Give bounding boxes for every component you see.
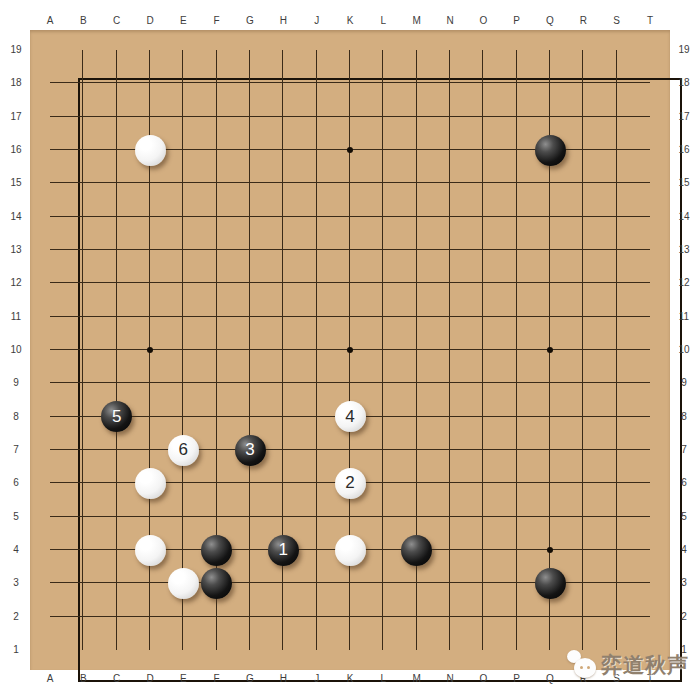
- star-point-K16: [347, 147, 353, 153]
- grid-cell: [150, 617, 183, 650]
- col-label-bottom: B: [72, 672, 94, 686]
- grid-cell: [483, 183, 516, 216]
- col-label-top: D: [139, 14, 161, 28]
- row-label-left: 1: [5, 643, 27, 657]
- grid-cell: [150, 50, 183, 83]
- row-label-left: 10: [5, 343, 27, 357]
- grid-cell: [583, 117, 616, 150]
- row-label-right: 18: [673, 76, 695, 90]
- col-label-top: R: [572, 14, 594, 28]
- watermark-text: 弈道秋声: [601, 651, 689, 679]
- row-label-right: 19: [673, 43, 695, 57]
- grid-cell: [383, 83, 416, 116]
- grid-cell: [83, 283, 116, 316]
- grid-cell: [483, 50, 516, 83]
- grid-cell: [350, 317, 383, 350]
- grid-cell: [217, 617, 250, 650]
- grid-cell: [317, 217, 350, 250]
- grid-cell: [483, 350, 516, 383]
- grid-cell: [117, 83, 150, 116]
- watermark: 弈道秋声: [566, 649, 689, 680]
- grid-cell: [183, 183, 216, 216]
- grid-cell: [550, 283, 583, 316]
- grid-cell: [617, 350, 650, 383]
- row-label-left: 4: [5, 543, 27, 557]
- grid-cell: [483, 117, 516, 150]
- grid-cell: [583, 550, 616, 583]
- row-label-left: 2: [5, 610, 27, 624]
- star-point-Q4: [547, 547, 553, 553]
- grid-cell: [350, 617, 383, 650]
- grid-cell: [217, 150, 250, 183]
- grid-cell: [117, 217, 150, 250]
- grid-cell: [50, 417, 83, 450]
- grid-cell: [317, 617, 350, 650]
- grid-cell: [550, 350, 583, 383]
- grid-cell: [283, 617, 316, 650]
- grid-cell: [150, 217, 183, 250]
- grid-cell: [317, 83, 350, 116]
- grid-cell: [83, 550, 116, 583]
- grid-cell: [317, 117, 350, 150]
- grid-cell: [383, 483, 416, 516]
- grid-cell: [183, 483, 216, 516]
- col-label-top: B: [72, 14, 94, 28]
- grid-cell: [617, 150, 650, 183]
- row-label-left: 17: [5, 110, 27, 124]
- grid-cell: [50, 217, 83, 250]
- grid-cell: [83, 583, 116, 616]
- go-board-diagram: 弈道秋声 AABBCCDDEEFFGGHHJJKKLLMMNNOOPPQQRRS…: [0, 0, 700, 700]
- grid-cell: [517, 283, 550, 316]
- grid-cell: [450, 183, 483, 216]
- stone-black-F4: [201, 535, 232, 566]
- grid-cell: [283, 417, 316, 450]
- grid-cell: [250, 483, 283, 516]
- row-label-left: 6: [5, 476, 27, 490]
- grid-cell: [250, 217, 283, 250]
- grid-cell: [517, 383, 550, 416]
- grid-cell: [417, 117, 450, 150]
- grid-cell: [450, 617, 483, 650]
- grid-cell: [450, 550, 483, 583]
- grid-cell: [617, 450, 650, 483]
- grid-cell: [550, 417, 583, 450]
- grid-cell: [383, 617, 416, 650]
- grid-cell: [583, 150, 616, 183]
- grid-cell: [617, 250, 650, 283]
- grid-cell: [183, 350, 216, 383]
- grid-cell: [283, 383, 316, 416]
- grid-cell: [317, 183, 350, 216]
- grid-cell: [50, 550, 83, 583]
- grid-cell: [517, 417, 550, 450]
- grid-cell: [450, 83, 483, 116]
- grid-cell: [217, 183, 250, 216]
- grid-cell: [450, 150, 483, 183]
- grid-cell: [483, 483, 516, 516]
- grid-cell: [450, 250, 483, 283]
- grid-cell: [83, 483, 116, 516]
- grid-cell: [350, 250, 383, 283]
- grid-cell: [550, 50, 583, 83]
- grid-cell: [217, 83, 250, 116]
- grid-cell: [217, 50, 250, 83]
- grid-cell: [617, 317, 650, 350]
- col-label-top: E: [172, 14, 194, 28]
- grid-cell: [117, 617, 150, 650]
- grid-cell: [383, 317, 416, 350]
- grid-cell: [283, 350, 316, 383]
- col-label-bottom: G: [239, 672, 261, 686]
- grid-cell: [83, 117, 116, 150]
- col-label-bottom: F: [206, 672, 228, 686]
- col-label-bottom: D: [139, 672, 161, 686]
- stone-white-K8: 4: [335, 401, 366, 432]
- col-label-bottom: M: [406, 672, 428, 686]
- grid-cell: [483, 250, 516, 283]
- row-label-left: 12: [5, 276, 27, 290]
- row-label-right: 16: [673, 143, 695, 157]
- grid-cell: [583, 183, 616, 216]
- grid-cell: [550, 617, 583, 650]
- grid-cell: [83, 317, 116, 350]
- grid-cell: [250, 83, 283, 116]
- grid-cell: [383, 117, 416, 150]
- grid-cell: [483, 383, 516, 416]
- grid-cell: [350, 83, 383, 116]
- grid-cell: [483, 417, 516, 450]
- grid-cell: [83, 217, 116, 250]
- grid-cell: [483, 617, 516, 650]
- wechat-icon: [566, 649, 598, 680]
- grid-cell: [250, 250, 283, 283]
- grid-cell: [450, 583, 483, 616]
- grid-cell: [583, 283, 616, 316]
- grid-cell: [217, 250, 250, 283]
- grid-cell: [383, 450, 416, 483]
- stone-white-D4: [135, 535, 166, 566]
- grid-cell: [117, 50, 150, 83]
- grid-cell: [117, 283, 150, 316]
- col-label-top: C: [106, 14, 128, 28]
- grid-cell: [50, 617, 83, 650]
- grid-cell: [83, 250, 116, 283]
- grid-cell: [583, 617, 616, 650]
- star-point-Q10: [547, 347, 553, 353]
- grid-cell: [417, 50, 450, 83]
- grid-cell: [417, 583, 450, 616]
- grid-cell: [50, 350, 83, 383]
- row-label-right: 15: [673, 176, 695, 190]
- row-label-right: 17: [673, 110, 695, 124]
- grid-cell: [50, 183, 83, 216]
- col-label-top: J: [306, 14, 328, 28]
- grid-cell: [383, 283, 416, 316]
- col-label-top: T: [639, 14, 661, 28]
- col-label-bottom: C: [106, 672, 128, 686]
- grid-cell: [117, 317, 150, 350]
- row-label-right: 12: [673, 276, 695, 290]
- grid-cell: [417, 350, 450, 383]
- row-label-left: 14: [5, 210, 27, 224]
- grid-cell: [517, 350, 550, 383]
- star-point-K10: [347, 347, 353, 353]
- grid-cell: [183, 283, 216, 316]
- grid-cell: [183, 50, 216, 83]
- grid-cell: [617, 517, 650, 550]
- grid-cell: [550, 483, 583, 516]
- grid-cell: [450, 383, 483, 416]
- grid-cell: [450, 317, 483, 350]
- grid-cell: [383, 183, 416, 216]
- grid-cell: [450, 517, 483, 550]
- grid-cell: [617, 283, 650, 316]
- grid-cell: [150, 350, 183, 383]
- grid-cell: [83, 83, 116, 116]
- row-label-left: 3: [5, 576, 27, 590]
- grid-cell: [617, 183, 650, 216]
- col-label-top: A: [39, 14, 61, 28]
- grid-cell: [283, 317, 316, 350]
- grid-cell: [150, 383, 183, 416]
- col-label-bottom: L: [372, 672, 394, 686]
- grid-cell: [617, 583, 650, 616]
- stone-black-H4: 1: [268, 535, 299, 566]
- stone-black-M4: [401, 535, 432, 566]
- grid-cell: [50, 283, 83, 316]
- grid-cell: [383, 250, 416, 283]
- grid-cell: [517, 450, 550, 483]
- grid-cell: [50, 117, 83, 150]
- grid-cell: [550, 317, 583, 350]
- grid-cell: [83, 450, 116, 483]
- grid-cell: [350, 583, 383, 616]
- row-label-left: 11: [5, 310, 27, 324]
- col-label-bottom: J: [306, 672, 328, 686]
- grid-cell: [183, 217, 216, 250]
- grid-cell: [250, 283, 283, 316]
- grid-cell: [317, 317, 350, 350]
- grid-cell: [517, 317, 550, 350]
- grid-cell: [250, 150, 283, 183]
- grid-cell: [117, 583, 150, 616]
- grid-cell: [283, 483, 316, 516]
- grid-cell: [583, 383, 616, 416]
- stone-white-K6: 2: [335, 468, 366, 499]
- grid-cell: [383, 383, 416, 416]
- grid-cell: [250, 350, 283, 383]
- col-label-top: H: [272, 14, 294, 28]
- row-label-right: 10: [673, 343, 695, 357]
- grid-cell: [483, 583, 516, 616]
- grid-cell: [217, 350, 250, 383]
- grid-cell: [517, 250, 550, 283]
- grid-cell: [617, 417, 650, 450]
- col-label-bottom: E: [172, 672, 194, 686]
- grid-cell: [283, 150, 316, 183]
- grid-cell: [183, 250, 216, 283]
- grid-cell: [83, 150, 116, 183]
- grid-cell: [450, 350, 483, 383]
- grid-cell: [83, 517, 116, 550]
- grid-cell: [250, 383, 283, 416]
- grid-cell: [450, 217, 483, 250]
- grid-cell: [483, 217, 516, 250]
- row-label-left: 13: [5, 243, 27, 257]
- stone-white-E3: [168, 568, 199, 599]
- row-label-left: 16: [5, 143, 27, 157]
- grid-cell: [483, 550, 516, 583]
- grid-cell: [217, 283, 250, 316]
- grid-cell: [550, 383, 583, 416]
- grid-cell: [483, 83, 516, 116]
- wechat-bubble-large: [574, 658, 596, 678]
- stone-black-F3: [201, 568, 232, 599]
- col-label-top: O: [472, 14, 494, 28]
- grid-cell: [517, 50, 550, 83]
- wechat-eye-left: [580, 666, 583, 669]
- grid-cell: [183, 617, 216, 650]
- grid-cell: [283, 450, 316, 483]
- grid-cell: [183, 317, 216, 350]
- grid-cell: [617, 117, 650, 150]
- grid-cell: [617, 617, 650, 650]
- grid-cell: [617, 217, 650, 250]
- grid-cell: [550, 83, 583, 116]
- grid-cell: [350, 217, 383, 250]
- grid-cell: [583, 517, 616, 550]
- row-label-left: 19: [5, 43, 27, 57]
- grid-cell: [317, 283, 350, 316]
- grid-cell: [50, 83, 83, 116]
- grid-cell: [50, 250, 83, 283]
- grid-cell: [450, 483, 483, 516]
- grid-cell: [317, 583, 350, 616]
- grid-cell: [50, 383, 83, 416]
- grid-cell: [50, 450, 83, 483]
- grid-cell: [350, 117, 383, 150]
- grid-cell: [383, 583, 416, 616]
- col-label-top: S: [606, 14, 628, 28]
- row-label-left: 9: [5, 376, 27, 390]
- grid-cell: [517, 483, 550, 516]
- grid-cell: [83, 50, 116, 83]
- row-label-right: 6: [673, 476, 695, 490]
- grid-cell: [183, 150, 216, 183]
- stone-black-Q16: [535, 135, 566, 166]
- grid-cell: [450, 283, 483, 316]
- col-label-bottom: O: [472, 672, 494, 686]
- grid-cell: [250, 50, 283, 83]
- col-label-bottom: H: [272, 672, 294, 686]
- grid-cell: [150, 283, 183, 316]
- stone-black-Q3: [535, 568, 566, 599]
- grid-cell: [50, 50, 83, 83]
- grid-cell: [50, 483, 83, 516]
- grid-cell: [150, 183, 183, 216]
- grid-cell: [417, 450, 450, 483]
- grid-cell: [483, 517, 516, 550]
- grid-cell: [317, 250, 350, 283]
- wechat-eye-right: [587, 666, 590, 669]
- grid-cell: [450, 50, 483, 83]
- grid-cell: [517, 217, 550, 250]
- grid-cell: [617, 550, 650, 583]
- grid-cell: [283, 83, 316, 116]
- grid-cell: [617, 383, 650, 416]
- grid-cell: [117, 350, 150, 383]
- grid-cell: [617, 83, 650, 116]
- grid-cell: [583, 583, 616, 616]
- grid-cell: [483, 450, 516, 483]
- grid-cell: [283, 283, 316, 316]
- row-label-right: 2: [673, 610, 695, 624]
- grid-cell: [283, 250, 316, 283]
- grid-cell: [617, 50, 650, 83]
- grid-cell: [250, 117, 283, 150]
- grid-cell: [350, 150, 383, 183]
- grid-cell: [150, 317, 183, 350]
- grid-cell: [217, 317, 250, 350]
- grid-cell: [350, 50, 383, 83]
- grid-cell: [250, 583, 283, 616]
- grid-cell: [250, 317, 283, 350]
- grid-cell: [283, 117, 316, 150]
- grid-cell: [417, 317, 450, 350]
- star-point-D10: [147, 347, 153, 353]
- grid-cell: [217, 383, 250, 416]
- grid-cell: [117, 250, 150, 283]
- grid-cell: [450, 117, 483, 150]
- grid-cell: [50, 583, 83, 616]
- grid-cell: [50, 317, 83, 350]
- grid-cell: [550, 217, 583, 250]
- grid-cell: [383, 350, 416, 383]
- grid-cell: [417, 617, 450, 650]
- grid-cell: [317, 350, 350, 383]
- grid-cell: [450, 450, 483, 483]
- grid-cell: [317, 150, 350, 183]
- grid-cell: [417, 150, 450, 183]
- grid-cell: [517, 83, 550, 116]
- grid-cell: [583, 50, 616, 83]
- col-label-top: N: [439, 14, 461, 28]
- grid-cell: [183, 117, 216, 150]
- col-label-bottom: A: [39, 672, 61, 686]
- grid-cell: [550, 517, 583, 550]
- grid-cell: [417, 183, 450, 216]
- col-label-top: L: [372, 14, 394, 28]
- grid-cell: [517, 183, 550, 216]
- row-label-right: 13: [673, 243, 695, 257]
- row-label-right: 14: [673, 210, 695, 224]
- row-label-right: 3: [673, 576, 695, 590]
- grid-cell: [83, 617, 116, 650]
- grid-cell: [483, 317, 516, 350]
- grid-cell: [417, 217, 450, 250]
- grid-cell: [383, 417, 416, 450]
- stone-black-G7: 3: [235, 435, 266, 466]
- grid-cell: [217, 117, 250, 150]
- grid-cell: [483, 150, 516, 183]
- grid-cell: [350, 283, 383, 316]
- col-label-bottom: P: [506, 672, 528, 686]
- row-label-right: 11: [673, 310, 695, 324]
- grid-cell: [517, 617, 550, 650]
- row-label-right: 9: [673, 376, 695, 390]
- grid-cell: [50, 150, 83, 183]
